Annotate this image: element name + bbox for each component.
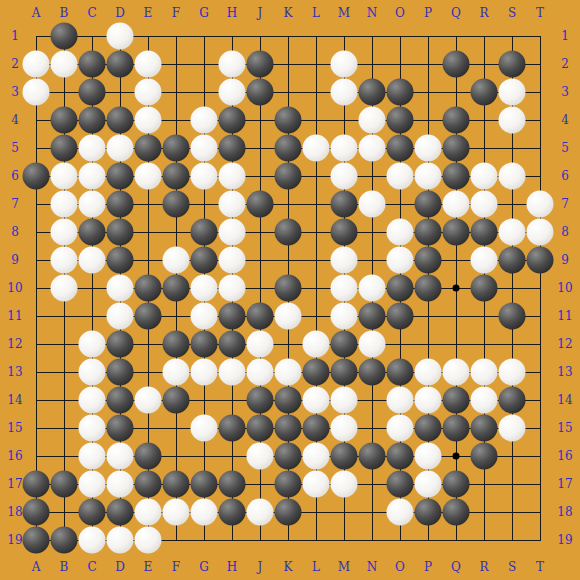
black-stone[interactable] (471, 79, 498, 106)
black-stone[interactable] (247, 387, 274, 414)
column-label-bottom: A (32, 560, 41, 574)
black-stone[interactable] (331, 219, 358, 246)
black-stone[interactable] (79, 79, 106, 106)
row-label-left: 15 (7, 421, 22, 435)
white-stone[interactable] (135, 79, 162, 106)
row-label-right: 1 (561, 29, 569, 43)
column-label-top: H (227, 6, 237, 20)
black-stone[interactable] (247, 79, 274, 106)
column-label-bottom: T (536, 560, 544, 574)
column-label-top: S (508, 6, 516, 20)
white-stone[interactable] (331, 387, 358, 414)
column-label-top: R (479, 6, 488, 20)
white-stone[interactable] (135, 527, 162, 554)
row-label-right: 14 (557, 393, 572, 407)
black-stone[interactable] (107, 51, 134, 78)
white-stone[interactable] (527, 219, 554, 246)
black-stone[interactable] (443, 499, 470, 526)
white-stone[interactable] (107, 275, 134, 302)
black-stone[interactable] (163, 163, 190, 190)
black-stone[interactable] (499, 303, 526, 330)
black-stone[interactable] (135, 135, 162, 162)
white-stone[interactable] (499, 219, 526, 246)
row-label-right: 10 (557, 281, 572, 295)
black-stone[interactable] (51, 135, 78, 162)
star-point (453, 285, 460, 292)
column-label-bottom: H (227, 560, 237, 574)
column-label-top: C (87, 6, 96, 20)
black-stone[interactable] (359, 443, 386, 470)
black-stone[interactable] (443, 219, 470, 246)
black-stone[interactable] (443, 387, 470, 414)
white-stone[interactable] (191, 163, 218, 190)
white-stone[interactable] (79, 247, 106, 274)
black-stone[interactable] (107, 359, 134, 386)
black-stone[interactable] (219, 471, 246, 498)
white-stone[interactable] (107, 135, 134, 162)
white-stone[interactable] (219, 191, 246, 218)
white-stone[interactable] (499, 107, 526, 134)
black-stone[interactable] (275, 135, 302, 162)
white-stone[interactable] (191, 107, 218, 134)
white-stone[interactable] (79, 415, 106, 442)
white-stone[interactable] (247, 443, 274, 470)
column-label-top: L (312, 6, 320, 20)
black-stone[interactable] (443, 107, 470, 134)
column-label-bottom: K (284, 560, 293, 574)
white-stone[interactable] (51, 51, 78, 78)
white-stone[interactable] (107, 471, 134, 498)
black-stone[interactable] (387, 471, 414, 498)
black-stone[interactable] (247, 191, 274, 218)
row-label-right: 17 (557, 477, 572, 491)
black-stone[interactable] (247, 303, 274, 330)
black-stone[interactable] (163, 135, 190, 162)
white-stone[interactable] (79, 527, 106, 554)
white-stone[interactable] (191, 499, 218, 526)
column-label-bottom: M (338, 560, 350, 574)
white-stone[interactable] (443, 191, 470, 218)
white-stone[interactable] (415, 135, 442, 162)
column-label-bottom: Q (451, 560, 461, 574)
white-stone[interactable] (219, 51, 246, 78)
white-stone[interactable] (79, 163, 106, 190)
white-stone[interactable] (471, 387, 498, 414)
black-stone[interactable] (443, 471, 470, 498)
black-stone[interactable] (387, 443, 414, 470)
black-stone[interactable] (23, 471, 50, 498)
column-label-top: N (367, 6, 378, 20)
black-stone[interactable] (331, 331, 358, 358)
white-stone[interactable] (163, 499, 190, 526)
white-stone[interactable] (51, 191, 78, 218)
white-stone[interactable] (191, 275, 218, 302)
row-label-left: 14 (7, 393, 22, 407)
white-stone[interactable] (415, 163, 442, 190)
white-stone[interactable] (219, 163, 246, 190)
black-stone[interactable] (219, 303, 246, 330)
white-stone[interactable] (135, 163, 162, 190)
row-label-right: 3 (561, 85, 569, 99)
white-stone[interactable] (219, 359, 246, 386)
column-label-top: P (424, 6, 432, 20)
row-label-right: 19 (557, 533, 572, 547)
black-stone[interactable] (51, 107, 78, 134)
black-stone[interactable] (415, 415, 442, 442)
white-stone[interactable] (219, 247, 246, 274)
black-stone[interactable] (163, 471, 190, 498)
row-label-right: 9 (561, 253, 569, 267)
column-label-top: F (172, 6, 180, 20)
black-stone[interactable] (247, 415, 274, 442)
column-label-bottom: S (508, 560, 516, 574)
white-stone[interactable] (471, 163, 498, 190)
black-stone[interactable] (135, 443, 162, 470)
white-stone[interactable] (331, 135, 358, 162)
white-stone[interactable] (135, 387, 162, 414)
row-label-left: 6 (11, 169, 19, 183)
black-stone[interactable] (191, 247, 218, 274)
row-label-left: 10 (7, 281, 22, 295)
black-stone[interactable] (107, 247, 134, 274)
white-stone[interactable] (387, 499, 414, 526)
black-stone[interactable] (387, 135, 414, 162)
black-stone[interactable] (415, 247, 442, 274)
black-stone[interactable] (191, 331, 218, 358)
white-stone[interactable] (415, 471, 442, 498)
black-stone[interactable] (499, 247, 526, 274)
black-stone[interactable] (23, 499, 50, 526)
column-label-bottom: C (87, 560, 96, 574)
black-stone[interactable] (471, 219, 498, 246)
white-stone[interactable] (303, 331, 330, 358)
column-label-top: Q (451, 6, 461, 20)
black-stone[interactable] (527, 247, 554, 274)
white-stone[interactable] (303, 471, 330, 498)
black-stone[interactable] (415, 219, 442, 246)
black-stone[interactable] (219, 415, 246, 442)
column-label-top: O (395, 6, 405, 20)
white-stone[interactable] (527, 191, 554, 218)
black-stone[interactable] (359, 303, 386, 330)
black-stone[interactable] (331, 443, 358, 470)
white-stone[interactable] (331, 415, 358, 442)
white-stone[interactable] (191, 135, 218, 162)
column-label-top: A (32, 6, 41, 20)
white-stone[interactable] (191, 303, 218, 330)
white-stone[interactable] (107, 443, 134, 470)
black-stone[interactable] (275, 443, 302, 470)
white-stone[interactable] (331, 247, 358, 274)
white-stone[interactable] (163, 359, 190, 386)
white-stone[interactable] (163, 247, 190, 274)
row-label-right: 15 (557, 421, 572, 435)
go-board-app: AABBCCDDEEFFGGHHJJKKLLMMNNOOPPQQRRSSTT11… (0, 0, 580, 580)
column-label-top: B (60, 6, 69, 20)
white-stone[interactable] (107, 527, 134, 554)
row-label-right: 11 (557, 309, 572, 323)
white-stone[interactable] (331, 275, 358, 302)
black-stone[interactable] (499, 387, 526, 414)
black-stone[interactable] (51, 527, 78, 554)
black-stone[interactable] (359, 359, 386, 386)
black-stone[interactable] (247, 51, 274, 78)
white-stone[interactable] (79, 387, 106, 414)
black-stone[interactable] (107, 191, 134, 218)
white-stone[interactable] (359, 107, 386, 134)
column-label-bottom: O (395, 560, 405, 574)
white-stone[interactable] (79, 191, 106, 218)
black-stone[interactable] (387, 107, 414, 134)
white-stone[interactable] (247, 359, 274, 386)
white-stone[interactable] (303, 387, 330, 414)
column-label-top: G (199, 6, 209, 20)
row-label-left: 2 (11, 57, 19, 71)
column-label-bottom: L (312, 560, 320, 574)
black-stone[interactable] (471, 443, 498, 470)
black-stone[interactable] (387, 359, 414, 386)
black-stone[interactable] (275, 415, 302, 442)
white-stone[interactable] (331, 471, 358, 498)
black-stone[interactable] (303, 415, 330, 442)
white-stone[interactable] (303, 135, 330, 162)
black-stone[interactable] (163, 331, 190, 358)
black-stone[interactable] (107, 163, 134, 190)
row-label-left: 18 (7, 505, 22, 519)
white-stone[interactable] (79, 359, 106, 386)
white-stone[interactable] (359, 191, 386, 218)
black-stone[interactable] (191, 219, 218, 246)
black-stone[interactable] (387, 303, 414, 330)
black-stone[interactable] (107, 107, 134, 134)
white-stone[interactable] (387, 387, 414, 414)
star-point (453, 453, 460, 460)
row-label-right: 12 (557, 337, 572, 351)
white-stone[interactable] (359, 135, 386, 162)
row-label-left: 17 (7, 477, 22, 491)
white-stone[interactable] (51, 275, 78, 302)
white-stone[interactable] (471, 191, 498, 218)
black-stone[interactable] (219, 499, 246, 526)
white-stone[interactable] (359, 275, 386, 302)
column-label-top: T (536, 6, 544, 20)
row-label-left: 1 (11, 29, 19, 43)
white-stone[interactable] (387, 163, 414, 190)
white-stone[interactable] (79, 135, 106, 162)
white-stone[interactable] (219, 219, 246, 246)
white-stone[interactable] (499, 359, 526, 386)
black-stone[interactable] (219, 107, 246, 134)
column-label-bottom: R (479, 560, 488, 574)
white-stone[interactable] (247, 499, 274, 526)
white-stone[interactable] (499, 79, 526, 106)
column-label-bottom: F (172, 560, 180, 574)
black-stone[interactable] (163, 275, 190, 302)
row-label-left: 8 (11, 225, 19, 239)
black-stone[interactable] (359, 79, 386, 106)
row-label-left: 12 (7, 337, 22, 351)
black-stone[interactable] (275, 107, 302, 134)
column-label-bottom: B (60, 560, 69, 574)
black-stone[interactable] (443, 163, 470, 190)
black-stone[interactable] (79, 219, 106, 246)
black-stone[interactable] (51, 471, 78, 498)
black-stone[interactable] (23, 163, 50, 190)
black-stone[interactable] (107, 499, 134, 526)
white-stone[interactable] (247, 331, 274, 358)
black-stone[interactable] (331, 359, 358, 386)
black-stone[interactable] (275, 499, 302, 526)
row-label-right: 8 (561, 225, 569, 239)
black-stone[interactable] (79, 107, 106, 134)
black-stone[interactable] (163, 191, 190, 218)
black-stone[interactable] (23, 527, 50, 554)
black-stone[interactable] (79, 51, 106, 78)
row-label-left: 19 (7, 533, 22, 547)
black-stone[interactable] (443, 51, 470, 78)
white-stone[interactable] (23, 79, 50, 106)
white-stone[interactable] (107, 23, 134, 50)
column-label-bottom: P (424, 560, 432, 574)
column-label-bottom: J (258, 560, 263, 574)
black-stone[interactable] (107, 331, 134, 358)
column-label-bottom: E (144, 560, 153, 574)
black-stone[interactable] (331, 191, 358, 218)
white-stone[interactable] (471, 359, 498, 386)
white-stone[interactable] (79, 443, 106, 470)
white-stone[interactable] (51, 163, 78, 190)
black-stone[interactable] (275, 387, 302, 414)
black-stone[interactable] (135, 275, 162, 302)
black-stone[interactable] (163, 387, 190, 414)
white-stone[interactable] (23, 51, 50, 78)
row-label-left: 3 (11, 85, 19, 99)
white-stone[interactable] (415, 387, 442, 414)
white-stone[interactable] (331, 303, 358, 330)
white-stone[interactable] (79, 331, 106, 358)
white-stone[interactable] (387, 247, 414, 274)
black-stone[interactable] (471, 275, 498, 302)
black-stone[interactable] (219, 331, 246, 358)
black-stone[interactable] (275, 471, 302, 498)
column-label-top: J (258, 6, 263, 20)
row-label-left: 4 (11, 113, 19, 127)
row-label-left: 9 (11, 253, 19, 267)
white-stone[interactable] (191, 415, 218, 442)
white-stone[interactable] (331, 51, 358, 78)
column-label-top: E (144, 6, 153, 20)
white-stone[interactable] (443, 359, 470, 386)
white-stone[interactable] (275, 359, 302, 386)
white-stone[interactable] (219, 79, 246, 106)
white-stone[interactable] (107, 303, 134, 330)
row-label-right: 16 (557, 449, 572, 463)
black-stone[interactable] (275, 163, 302, 190)
white-stone[interactable] (135, 51, 162, 78)
black-stone[interactable] (79, 499, 106, 526)
column-label-top: D (115, 6, 125, 20)
black-stone[interactable] (415, 499, 442, 526)
row-label-right: 5 (561, 141, 569, 155)
white-stone[interactable] (275, 303, 302, 330)
white-stone[interactable] (387, 415, 414, 442)
row-label-left: 5 (11, 141, 19, 155)
black-stone[interactable] (191, 471, 218, 498)
row-label-right: 4 (561, 113, 569, 127)
row-label-right: 6 (561, 169, 569, 183)
column-label-bottom: N (367, 560, 378, 574)
white-stone[interactable] (303, 443, 330, 470)
white-stone[interactable] (415, 359, 442, 386)
black-stone[interactable] (135, 303, 162, 330)
row-label-left: 16 (7, 449, 22, 463)
black-stone[interactable] (443, 135, 470, 162)
white-stone[interactable] (135, 499, 162, 526)
white-stone[interactable] (499, 415, 526, 442)
white-stone[interactable] (359, 331, 386, 358)
row-label-left: 11 (7, 309, 22, 323)
row-label-right: 2 (561, 57, 569, 71)
black-stone[interactable] (387, 79, 414, 106)
white-stone[interactable] (471, 247, 498, 274)
black-stone[interactable] (387, 275, 414, 302)
row-label-left: 7 (11, 197, 19, 211)
column-label-top: M (338, 6, 350, 20)
white-stone[interactable] (191, 359, 218, 386)
white-stone[interactable] (79, 471, 106, 498)
row-label-right: 13 (557, 365, 572, 379)
white-stone[interactable] (219, 275, 246, 302)
black-stone[interactable] (107, 219, 134, 246)
black-stone[interactable] (135, 471, 162, 498)
black-stone[interactable] (471, 415, 498, 442)
black-stone[interactable] (415, 191, 442, 218)
row-label-left: 13 (7, 365, 22, 379)
black-stone[interactable] (275, 275, 302, 302)
black-stone[interactable] (107, 415, 134, 442)
column-label-top: K (284, 6, 293, 20)
white-stone[interactable] (51, 247, 78, 274)
white-stone[interactable] (135, 107, 162, 134)
black-stone[interactable] (443, 415, 470, 442)
white-stone[interactable] (331, 79, 358, 106)
white-stone[interactable] (499, 163, 526, 190)
black-stone[interactable] (499, 51, 526, 78)
row-label-right: 7 (561, 197, 569, 211)
white-stone[interactable] (51, 219, 78, 246)
black-stone[interactable] (107, 387, 134, 414)
black-stone[interactable] (219, 135, 246, 162)
column-label-bottom: G (199, 560, 209, 574)
black-stone[interactable] (51, 23, 78, 50)
white-stone[interactable] (331, 163, 358, 190)
column-label-bottom: D (115, 560, 125, 574)
row-label-right: 18 (557, 505, 572, 519)
black-stone[interactable] (415, 275, 442, 302)
black-stone[interactable] (275, 219, 302, 246)
white-stone[interactable] (387, 219, 414, 246)
black-stone[interactable] (303, 359, 330, 386)
white-stone[interactable] (415, 443, 442, 470)
